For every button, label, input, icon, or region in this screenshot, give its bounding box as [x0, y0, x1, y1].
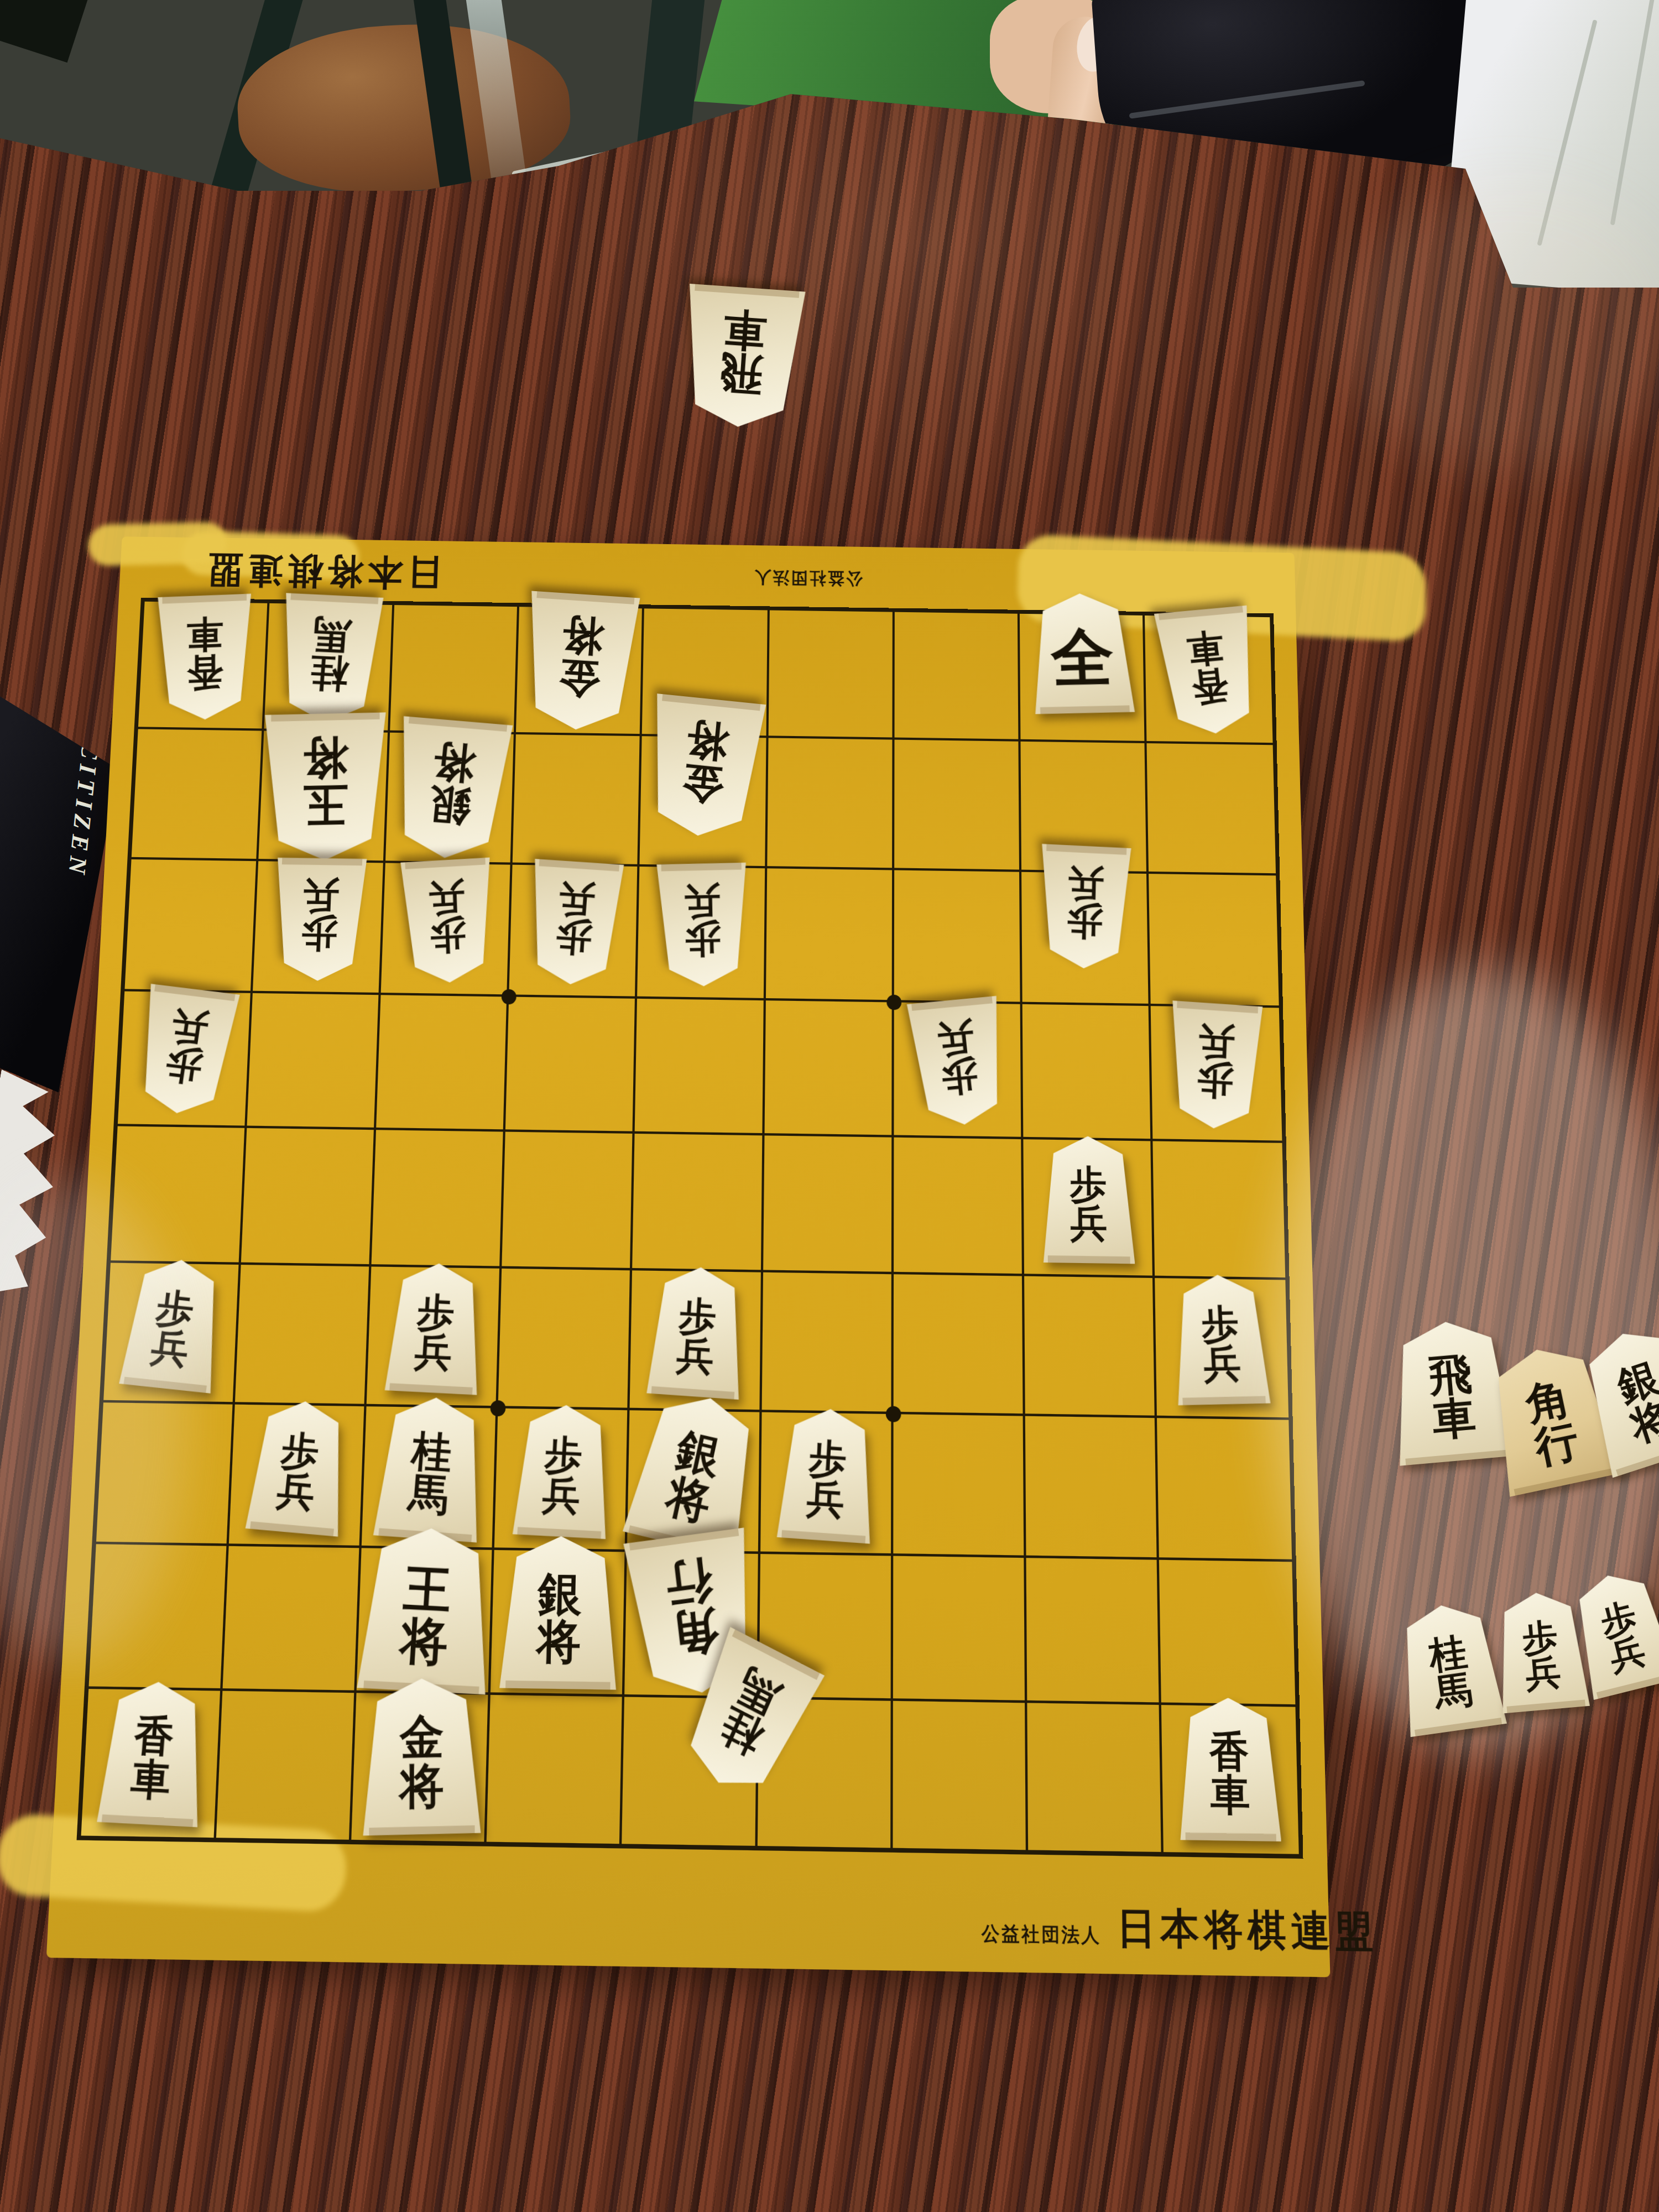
piece-kanji: 兵: [1203, 1343, 1242, 1384]
piece-kanji: 歩: [554, 917, 593, 958]
square-r5c2[interactable]: [241, 1128, 377, 1267]
piece-kanji: 兵: [1606, 1632, 1649, 1676]
board-title-bottom: 公益社団法人 日本将棋連盟: [982, 1897, 1472, 1962]
piece-face: 香車: [97, 1679, 208, 1827]
square-r3c6[interactable]: [765, 868, 894, 1003]
piece-sente-silver[interactable]: 銀将: [499, 1535, 619, 1690]
square-r4c8[interactable]: [1022, 1004, 1152, 1141]
piece-kanji: 桂: [410, 1428, 453, 1474]
square-r7c7[interactable]: [893, 1414, 1026, 1558]
piece-kanji: 兵: [169, 1006, 211, 1049]
piece-kanji: 馬: [1432, 1670, 1474, 1713]
white-paper: [0, 1070, 91, 1314]
piece-kanji: 歩: [1197, 1060, 1234, 1101]
piece-kanji: 将: [302, 734, 348, 781]
square-r2c1[interactable]: [132, 729, 264, 861]
piece-kanji: 将: [685, 717, 730, 764]
piece-kanji: 兵: [806, 1478, 846, 1521]
piece-kanji: 将: [1626, 1396, 1659, 1448]
piece-kanji: 兵: [557, 880, 596, 920]
square-r3c7[interactable]: [894, 870, 1022, 1004]
piece-kanji: 兵: [302, 877, 340, 915]
piece-gote-pawn[interactable]: 歩兵: [273, 858, 367, 982]
piece-sente-pawn[interactable]: 歩兵: [777, 1406, 877, 1543]
piece-kanji: 歩: [940, 1056, 980, 1098]
piece-kanji: 将: [536, 1618, 581, 1666]
shogi-board: 公益社団法人 日本将棋連盟 香車桂馬金将全香車玉将銀将金将歩兵歩兵歩兵歩兵歩兵歩…: [46, 536, 1331, 1977]
piece-face: 歩兵: [400, 858, 494, 985]
square-r5c4[interactable]: [502, 1131, 635, 1270]
piece-gote-silver[interactable]: 銀将: [389, 716, 513, 863]
square-r1c3[interactable]: [390, 605, 519, 734]
board-title-bottom-large: 日本将棋連盟: [1117, 1900, 1379, 1961]
square-r5c9[interactable]: [1152, 1141, 1285, 1280]
piece-kanji: 歩: [279, 1429, 321, 1473]
piece-sente-pawn[interactable]: 歩兵: [513, 1403, 613, 1539]
piece-kanji: 歩: [1201, 1304, 1240, 1344]
piece-kanji: 歩: [1070, 1165, 1107, 1204]
piece-gote-lance[interactable]: 香車: [1154, 606, 1262, 738]
piece-face: 歩兵: [132, 984, 239, 1119]
piece-gote-pawn[interactable]: 歩兵: [656, 863, 748, 987]
piece-kanji: 馬: [406, 1472, 450, 1517]
square-r2c6[interactable]: [767, 738, 894, 870]
piece-face: 歩兵: [273, 858, 367, 982]
piece-kanji: 飛: [1427, 1351, 1474, 1399]
piece-kanji: 歩: [684, 920, 721, 959]
piece-kanji: 歩: [544, 1433, 583, 1476]
piece-kanji: 馬: [311, 615, 352, 655]
piece-sente-lance[interactable]: 香車: [1178, 1697, 1281, 1841]
piece-kanji: 行: [664, 1556, 715, 1611]
piece-face: 香車: [1154, 606, 1262, 738]
piece-kanji: 金: [399, 1713, 444, 1762]
square-r4c3[interactable]: [376, 995, 509, 1132]
square-r6c2[interactable]: [235, 1265, 372, 1406]
piece-gote-lance[interactable]: 香車: [158, 594, 252, 722]
piece-kanji: 歩: [678, 1295, 718, 1337]
piece-kanji: 歩: [1066, 902, 1103, 941]
square-r6c8[interactable]: [1024, 1276, 1157, 1418]
piece-face: 歩兵: [245, 1397, 351, 1537]
piece-gote-pawn[interactable]: 歩兵: [132, 984, 239, 1119]
square-r3c1[interactable]: [124, 859, 258, 993]
piece-face: 桂馬: [1393, 1599, 1507, 1737]
piece-face: 銀将: [389, 716, 513, 863]
board-grid: 香車桂馬金将全香車玉将銀将金将歩兵歩兵歩兵歩兵歩兵歩兵歩兵歩兵歩兵歩兵歩兵歩兵歩…: [77, 598, 1303, 1859]
piece-sente-king_sente[interactable]: 王将: [357, 1525, 495, 1694]
square-r5c5[interactable]: [633, 1134, 764, 1272]
piece-kanji: 香: [133, 1714, 175, 1759]
piece-face: 歩兵: [119, 1255, 227, 1394]
piece-kanji: 香: [1190, 665, 1231, 706]
piece-gote-gold[interactable]: 金将: [521, 591, 640, 733]
square-r1c7[interactable]: [894, 612, 1020, 742]
piece-kanji: 兵: [149, 1327, 191, 1370]
piece-face: 玉将: [264, 712, 386, 862]
square-r9c8[interactable]: [1027, 1703, 1164, 1852]
square-r1c6[interactable]: [768, 611, 894, 740]
dark-object-in-hand: [1091, 0, 1497, 196]
piece-kanji: 車: [722, 307, 768, 354]
star-dot: [886, 1406, 901, 1422]
square-r6c6[interactable]: [761, 1272, 894, 1414]
square-r8c2[interactable]: [222, 1546, 361, 1693]
piece-gote-pawn[interactable]: 歩兵: [1039, 844, 1131, 971]
piece-face: 金将: [363, 1677, 481, 1835]
square-r5c6[interactable]: [763, 1135, 894, 1274]
piece-sente-promoted_silver[interactable]: 全: [1030, 593, 1135, 714]
piece-kanji: 兵: [427, 878, 465, 918]
piece-face: 歩兵: [656, 863, 748, 987]
square-r9c4[interactable]: [487, 1694, 624, 1844]
piece-kanji: 行: [1531, 1418, 1583, 1470]
piece-kanji: 兵: [684, 883, 721, 921]
piece-gote-pawn[interactable]: 歩兵: [907, 995, 1010, 1128]
piece-kanji: 歩: [300, 915, 338, 953]
square-r2c7[interactable]: [894, 740, 1021, 872]
piece-face: 歩兵: [1168, 1000, 1263, 1131]
piece-kanji: 香: [1209, 1730, 1249, 1774]
square-r2c9[interactable]: [1146, 743, 1276, 875]
piece-kanji: 車: [1210, 1773, 1250, 1818]
citizen-label: CITIZEN: [62, 741, 105, 880]
piece-kanji: 香: [186, 653, 223, 692]
piece-kanji: 兵: [413, 1332, 453, 1374]
square-r6c7[interactable]: [893, 1274, 1025, 1416]
square-r4c5[interactable]: [635, 999, 765, 1135]
piece-kanji: 桂: [309, 654, 349, 695]
piece-face: 飛車: [680, 284, 805, 431]
piece-face: 歩兵: [777, 1406, 877, 1543]
square-r7c8[interactable]: [1025, 1416, 1159, 1560]
piece-face: 香車: [158, 594, 252, 722]
piece-face: 銀将: [499, 1535, 619, 1690]
piece-kanji: 将: [399, 1615, 450, 1669]
piece-sente-gold[interactable]: 金将: [363, 1677, 481, 1835]
square-r8c8[interactable]: [1026, 1558, 1161, 1704]
piece-face: 全: [1030, 593, 1135, 714]
piece-kanji: 将: [561, 614, 605, 659]
piece-sente-pawn[interactable]: 歩兵: [119, 1255, 227, 1394]
square-r8c9[interactable]: [1159, 1560, 1296, 1707]
square-r5c7[interactable]: [894, 1138, 1024, 1276]
piece-face: 桂馬: [276, 593, 383, 726]
piece-sente-knight[interactable]: 桂馬: [373, 1394, 488, 1542]
square-r7c9[interactable]: [1157, 1418, 1292, 1562]
piece-kanji: 金: [557, 655, 602, 700]
piece-gote-pawn[interactable]: 歩兵: [400, 858, 494, 985]
piece-sente-pawn[interactable]: 歩兵: [245, 1397, 351, 1537]
piece-face: 香車: [1178, 1697, 1281, 1841]
piece-face: 金将: [521, 591, 640, 733]
square-r5c1[interactable]: [111, 1126, 247, 1265]
square-r7c1[interactable]: [96, 1402, 235, 1546]
piece-sente-knight[interactable]: 桂馬: [1393, 1599, 1507, 1737]
piece-kanji: 車: [186, 615, 223, 654]
piece-sente-lance[interactable]: 香車: [97, 1679, 208, 1827]
square-r8c1[interactable]: [88, 1544, 229, 1691]
piece-sente-pawn[interactable]: 歩兵: [1042, 1135, 1135, 1264]
piece-face: 桂馬: [373, 1394, 488, 1542]
piece-face: 金将: [643, 693, 766, 841]
piece-face: 歩兵: [1172, 1274, 1271, 1406]
piece-face: 王将: [357, 1525, 495, 1694]
square-r9c2[interactable]: [216, 1691, 357, 1840]
square-r3c9[interactable]: [1149, 874, 1279, 1008]
piece-face: 歩兵: [646, 1265, 747, 1400]
piece-kanji: 車: [1185, 628, 1226, 669]
piece-face: 歩兵: [384, 1261, 484, 1395]
piece-kanji: 飛: [718, 351, 764, 398]
piece-kanji: 兵: [1070, 1203, 1108, 1243]
piece-kanji: 兵: [1198, 1022, 1235, 1063]
piece-kanji: 車: [129, 1757, 172, 1802]
piece-gote-gold[interactable]: 金将: [643, 693, 766, 841]
square-r8c7[interactable]: [893, 1556, 1027, 1703]
piece-kanji: 歩: [416, 1292, 456, 1333]
piece-kanji: 将: [399, 1761, 444, 1811]
star-dot: [886, 995, 901, 1010]
piece-kanji: 兵: [275, 1469, 316, 1513]
square-r4c4[interactable]: [505, 997, 637, 1134]
piece-kanji: 将: [431, 739, 477, 785]
background-scene: [0, 0, 1659, 310]
piece-face: 歩兵: [525, 859, 624, 987]
piece-kanji: 兵: [936, 1018, 976, 1059]
piece-sente-pawn[interactable]: 歩兵: [1172, 1274, 1271, 1406]
piece-kanji: 全: [1050, 625, 1115, 690]
piece-gote-rook[interactable]: 飛車: [680, 284, 805, 431]
piece-kanji: 王: [402, 1563, 452, 1617]
piece-kanji: 歩: [429, 916, 467, 956]
piece-kanji: 車: [1431, 1395, 1478, 1442]
board-title-top-small: 公益社団法人: [753, 566, 863, 591]
piece-sente-pawn[interactable]: 歩兵: [646, 1265, 747, 1400]
board-title-bottom-small: 公益社団法人: [982, 1921, 1102, 1949]
piece-kanji: 将: [662, 1472, 715, 1527]
piece-face: 歩兵: [907, 995, 1010, 1128]
piece-kanji: 銀: [538, 1570, 582, 1618]
board-title-top-large: 日本将棋連盟: [202, 546, 444, 597]
square-r4c6[interactable]: [764, 1001, 894, 1138]
piece-kanji: 玉: [302, 780, 347, 828]
piece-kanji: 兵: [675, 1335, 715, 1378]
piece-gote-pawn[interactable]: 歩兵: [1168, 1000, 1263, 1131]
square-r6c4[interactable]: [498, 1269, 633, 1410]
photo-of-shogi-game: { "game": "shogi", "board": { "files": 9…: [0, 0, 1659, 2212]
piece-face: 歩兵: [513, 1403, 613, 1539]
piece-gote-knight[interactable]: 桂馬: [276, 593, 383, 726]
square-r2c4[interactable]: [513, 734, 642, 866]
piece-face: 歩兵: [1039, 844, 1131, 971]
piece-kanji: 兵: [541, 1474, 581, 1516]
piece-kanji: 銀: [427, 782, 473, 828]
piece-face: 歩兵: [1042, 1135, 1135, 1264]
piece-kanji: 兵: [1067, 864, 1104, 904]
square-r4c2[interactable]: [247, 993, 380, 1130]
piece-kanji: 兵: [1524, 1653, 1562, 1693]
piece-gote-king_gote[interactable]: 玉将: [264, 712, 386, 862]
piece-kanji: 歩: [808, 1437, 848, 1480]
piece-gote-pawn[interactable]: 歩兵: [525, 859, 624, 987]
piece-sente-pawn[interactable]: 歩兵: [384, 1261, 484, 1395]
square-r5c3[interactable]: [372, 1130, 506, 1269]
square-r9c7[interactable]: [893, 1700, 1028, 1850]
